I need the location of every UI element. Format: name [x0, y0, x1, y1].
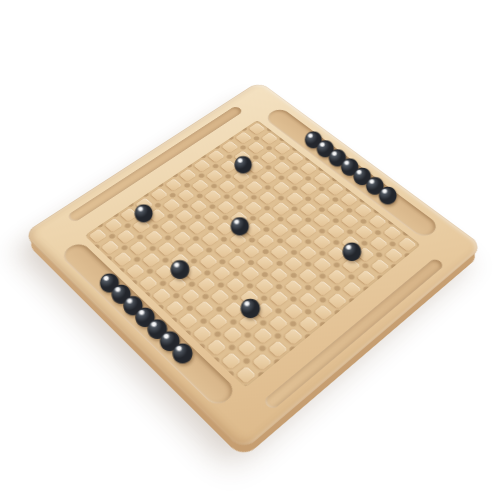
grid-bump: [252, 353, 272, 370]
specular-highlight-icon: [237, 157, 244, 162]
grid-bump: [89, 229, 107, 243]
grid-bump: [129, 241, 147, 256]
grid-bump: [219, 180, 236, 193]
grid-bump: [286, 212, 304, 226]
grid-bump: [327, 203, 345, 217]
grid-bump: [369, 215, 387, 229]
grid-bump: [211, 289, 230, 305]
photo-background: ●●●●●●● ●●●●●●● ●●●●●●: [0, 0, 500, 500]
grid-bump: [370, 236, 388, 250]
grid-bump: [173, 231, 191, 245]
grid-bump: [260, 151, 277, 164]
grid-bump: [342, 258, 361, 273]
grid-bump: [299, 223, 317, 237]
grid-bump: [355, 204, 373, 218]
specular-highlight-icon: [331, 151, 338, 156]
game-board: ●●●●●●● ●●●●●●● ●●●●●●: [23, 81, 484, 452]
grid-bump: [201, 232, 219, 246]
grid-bump: [313, 235, 331, 249]
grid-bump: [299, 268, 318, 283]
grid-bump: [341, 214, 359, 228]
grid-bump: [259, 191, 277, 204]
grid-bump: [300, 182, 318, 195]
grid-bump: [273, 181, 291, 194]
grid-bump: [260, 171, 277, 184]
grid-bump: [206, 169, 223, 182]
specular-highlight-icon: [173, 262, 180, 268]
grid-bump: [270, 267, 289, 282]
grid-bump: [197, 277, 216, 292]
grid-bump: [132, 219, 150, 233]
grid-bump: [212, 266, 231, 281]
specular-highlight-icon: [102, 275, 109, 281]
grid-bump: [284, 304, 303, 320]
grid-bump: [286, 192, 304, 205]
grid-bump: [273, 161, 290, 174]
specular-highlight-icon: [114, 287, 121, 293]
grid-bump: [203, 210, 221, 224]
specular-highlight-icon: [233, 219, 240, 224]
grid-bump: [239, 315, 258, 331]
grid-bump: [253, 328, 273, 345]
grid-bump: [235, 132, 252, 144]
specular-highlight-icon: [243, 300, 250, 306]
grid-bump: [246, 180, 263, 193]
grid-bump: [241, 267, 260, 282]
board-surface: ●●●●●●● ●●●●●●● ●●●●●●: [23, 81, 484, 452]
grid-bump: [285, 234, 303, 248]
specular-highlight-icon: [381, 188, 388, 193]
grid-bump: [385, 248, 404, 263]
grid-bump: [327, 182, 345, 195]
grid-bump: [261, 132, 278, 144]
grid-bump: [192, 179, 209, 192]
grid-bump: [214, 243, 232, 258]
grid-bump: [160, 220, 178, 234]
specular-highlight-icon: [150, 321, 158, 327]
steel-marble[interactable]: ●: [378, 186, 395, 203]
grid-bump: [371, 259, 390, 274]
steel-marble[interactable]: ●: [233, 155, 250, 172]
grid-bump: [117, 229, 135, 243]
specular-highlight-icon: [368, 179, 375, 184]
grid-bump: [207, 339, 227, 356]
grid-bump: [269, 291, 288, 307]
grid-bump: [343, 281, 362, 297]
grid-bump: [272, 201, 290, 215]
grid-bump: [313, 192, 331, 205]
grid-bump: [233, 170, 250, 183]
grid-bump: [300, 162, 317, 175]
steel-marble[interactable]: ●: [171, 343, 191, 363]
grid-bump: [313, 280, 332, 295]
steel-marble[interactable]: ●: [239, 297, 258, 316]
grid-bump: [299, 202, 317, 216]
grid-bump: [268, 341, 288, 358]
grid-bump: [287, 152, 304, 165]
grid-bump: [221, 352, 241, 369]
steel-marble[interactable]: ●: [230, 217, 248, 235]
grid-bump: [237, 340, 257, 357]
grid-bump: [274, 142, 291, 154]
grid-bump: [104, 218, 122, 232]
grid-bump: [340, 193, 358, 206]
grid-bump: [223, 327, 243, 344]
grid-bump: [357, 270, 376, 285]
grid-bump: [188, 220, 206, 234]
grid-bump: [242, 244, 260, 259]
grid-bump: [271, 223, 289, 237]
grid-bump: [177, 189, 195, 202]
grid-bump: [314, 304, 333, 320]
specular-highlight-icon: [319, 142, 326, 147]
grid-bump: [313, 257, 332, 272]
grid-bump: [193, 326, 213, 343]
grid-bump: [299, 316, 318, 332]
specular-highlight-icon: [138, 309, 145, 315]
grid-bump: [313, 172, 330, 185]
steel-marble[interactable]: ●: [169, 260, 188, 279]
grid-bump: [179, 313, 198, 329]
grid-bump: [168, 276, 187, 291]
grid-bump: [199, 254, 218, 269]
grid-bump: [383, 226, 401, 240]
grid-bump: [231, 190, 249, 203]
grid-bump: [249, 123, 266, 135]
grid-bump: [299, 292, 318, 308]
specular-highlight-icon: [137, 206, 144, 211]
grid-bump: [271, 245, 289, 260]
specular-highlight-icon: [356, 169, 363, 174]
grid-bump: [175, 209, 193, 223]
grid-bump: [165, 178, 182, 191]
grid-bump: [181, 288, 200, 304]
specular-highlight-icon: [307, 133, 313, 138]
grid-bump: [101, 240, 119, 255]
grid-bump: [145, 230, 163, 244]
grid-bump: [256, 256, 275, 271]
grid-bump: [113, 252, 131, 267]
grid-bump: [194, 159, 211, 172]
grid-bump: [328, 269, 347, 284]
specular-highlight-icon: [343, 160, 350, 165]
grid-bump: [398, 237, 416, 251]
grid-bump: [284, 280, 303, 295]
grid-bump: [195, 301, 214, 317]
grid-bump: [229, 232, 247, 246]
grid-bump: [126, 263, 145, 278]
specular-highlight-icon: [162, 333, 170, 339]
steel-marble[interactable]: ●: [342, 242, 360, 260]
grid-bump: [258, 212, 276, 226]
grid-bump: [227, 255, 246, 270]
grid-bump: [142, 252, 160, 267]
grid-bump: [286, 171, 303, 184]
grid-bump: [236, 366, 256, 384]
specular-highlight-icon: [175, 345, 183, 351]
grid-bump: [190, 199, 208, 213]
grid-bump: [208, 150, 225, 163]
grid-bump: [299, 245, 317, 260]
specular-highlight-icon: [345, 244, 352, 250]
grid-bump: [285, 256, 304, 271]
grid-bump: [204, 189, 222, 202]
grid-bump: [257, 233, 275, 247]
steel-marble[interactable]: ●: [134, 203, 152, 221]
grid-bump: [179, 169, 196, 182]
specular-highlight-icon: [126, 298, 133, 304]
grid-bump: [209, 314, 228, 330]
grid-bump: [269, 315, 288, 331]
grid-bump: [283, 328, 303, 345]
grid-bump: [328, 293, 347, 309]
grid-bump: [162, 199, 180, 213]
grid-bump: [313, 213, 331, 227]
